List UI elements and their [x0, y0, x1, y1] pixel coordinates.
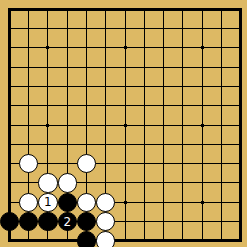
board-intersection[interactable]	[193, 58, 212, 77]
grid-line-vertical	[221, 9, 222, 19]
grid-line-vertical	[9, 173, 10, 192]
grid-line-vertical	[86, 96, 87, 115]
grid-line-vertical	[86, 135, 87, 154]
board-intersection[interactable]	[77, 58, 96, 77]
board-intersection[interactable]	[0, 193, 19, 212]
grid-line-vertical	[105, 115, 106, 134]
board-intersection[interactable]	[19, 19, 38, 38]
grid-line-vertical	[163, 19, 164, 38]
grid-line-vertical	[28, 19, 29, 38]
board-intersection[interactable]	[135, 212, 154, 231]
grid-line-vertical	[221, 193, 222, 212]
grid-line-horizontal	[9, 144, 19, 145]
grid-line-vertical	[144, 135, 145, 154]
board-intersection[interactable]	[0, 173, 19, 192]
grid-line-vertical	[105, 9, 106, 19]
grid-line-horizontal	[9, 125, 19, 126]
board-intersection[interactable]	[212, 135, 231, 154]
grid-line-vertical	[240, 193, 241, 212]
grid-line-vertical	[86, 9, 87, 19]
grid-line-vertical	[144, 154, 145, 173]
board-intersection[interactable]	[58, 154, 77, 173]
board-intersection[interactable]	[96, 38, 115, 57]
board-intersection[interactable]	[115, 19, 134, 38]
grid-line-vertical	[9, 193, 10, 212]
board-intersection[interactable]	[135, 135, 154, 154]
black-stone[interactable]	[38, 212, 57, 231]
grid-line-vertical	[240, 19, 241, 38]
board-intersection[interactable]	[193, 19, 212, 38]
board-intersection[interactable]	[173, 154, 192, 173]
board-intersection[interactable]	[38, 154, 57, 173]
grid-line-vertical	[182, 9, 183, 19]
white-stone[interactable]	[19, 193, 38, 212]
board-intersection[interactable]	[77, 96, 96, 115]
grid-line-vertical	[182, 115, 183, 134]
board-intersection[interactable]	[135, 0, 154, 19]
white-stone[interactable]: 1	[38, 193, 57, 212]
grid-line-vertical	[182, 193, 183, 212]
grid-line-vertical	[221, 19, 222, 38]
board-intersection[interactable]	[58, 96, 77, 115]
board-intersection[interactable]	[231, 231, 247, 247]
board-intersection[interactable]	[154, 154, 173, 173]
grid-line-vertical	[182, 19, 183, 38]
board-intersection[interactable]	[0, 115, 19, 134]
board-intersection[interactable]	[173, 212, 192, 231]
grid-line-vertical	[105, 77, 106, 96]
board-intersection[interactable]	[96, 58, 115, 77]
board-intersection[interactable]	[193, 0, 212, 19]
grid-line-vertical	[9, 154, 10, 173]
grid-line-vertical	[9, 58, 10, 77]
board-intersection[interactable]	[135, 231, 154, 247]
board-intersection[interactable]	[19, 173, 38, 192]
grid-line-vertical	[182, 231, 183, 241]
grid-line-vertical	[144, 77, 145, 96]
board-intersection[interactable]	[212, 115, 231, 134]
hoshi-point	[124, 46, 127, 49]
grid-line-vertical	[202, 77, 203, 96]
grid-line-vertical	[47, 135, 48, 154]
grid-line-vertical	[86, 115, 87, 134]
board-intersection[interactable]	[77, 0, 96, 19]
grid-line-vertical	[9, 77, 10, 96]
grid-line-horizontal	[9, 202, 19, 203]
grid-line-vertical	[125, 77, 126, 96]
hoshi-point	[201, 46, 204, 49]
board-intersection[interactable]	[154, 77, 173, 96]
board-intersection[interactable]	[58, 77, 77, 96]
board-intersection[interactable]	[231, 38, 247, 57]
grid-line-vertical	[240, 154, 241, 173]
grid-line-vertical	[240, 135, 241, 154]
hoshi-point	[124, 124, 127, 127]
grid-line-horizontal	[9, 47, 19, 48]
board-intersection[interactable]	[96, 115, 115, 134]
grid-line-horizontal	[9, 28, 19, 29]
board-intersection[interactable]	[58, 231, 77, 247]
hoshi-point	[201, 124, 204, 127]
board-intersection[interactable]	[115, 58, 134, 77]
board-intersection[interactable]	[96, 0, 115, 19]
board-intersection[interactable]	[38, 231, 57, 247]
board-intersection[interactable]	[173, 77, 192, 96]
board-intersection[interactable]	[231, 193, 247, 212]
grid-line-vertical	[86, 19, 87, 38]
grid-line-vertical	[125, 19, 126, 38]
grid-line-vertical	[47, 231, 48, 241]
board-intersection[interactable]	[19, 77, 38, 96]
board-intersection[interactable]	[135, 38, 154, 57]
grid-line-vertical	[163, 58, 164, 77]
grid-line-vertical	[221, 135, 222, 154]
board-intersection[interactable]	[58, 58, 77, 77]
board-intersection[interactable]	[173, 96, 192, 115]
board-intersection[interactable]	[212, 173, 231, 192]
move-number-label: 1	[44, 196, 52, 208]
board-intersection[interactable]	[96, 154, 115, 173]
grid-line-vertical	[28, 231, 29, 241]
board-intersection[interactable]	[96, 19, 115, 38]
grid-line-vertical	[9, 115, 10, 134]
grid-line-vertical	[105, 154, 106, 173]
board-intersection[interactable]	[58, 115, 77, 134]
grid-line-horizontal	[9, 105, 19, 106]
board-intersection[interactable]	[77, 77, 96, 96]
board-intersection[interactable]	[135, 58, 154, 77]
grid-line-vertical	[28, 38, 29, 57]
board-intersection[interactable]	[115, 77, 134, 96]
board-intersection[interactable]	[231, 77, 247, 96]
board-intersection[interactable]	[231, 173, 247, 192]
grid-line-vertical	[221, 212, 222, 231]
grid-line-vertical	[105, 19, 106, 38]
board-intersection[interactable]	[77, 115, 96, 134]
grid-line-vertical	[202, 135, 203, 154]
grid-line-horizontal	[9, 86, 19, 87]
grid-line-vertical	[86, 38, 87, 57]
grid-line-vertical	[105, 96, 106, 115]
grid-line-vertical	[240, 115, 241, 134]
grid-line-vertical	[182, 77, 183, 96]
board-intersection[interactable]	[38, 58, 57, 77]
grid-line-vertical	[9, 38, 10, 57]
board-intersection[interactable]	[231, 115, 247, 134]
grid-line-vertical	[182, 58, 183, 77]
grid-line-vertical	[28, 9, 29, 19]
board-intersection[interactable]	[38, 135, 57, 154]
board-intersection[interactable]	[77, 19, 96, 38]
grid-line-vertical	[202, 231, 203, 241]
grid-line-vertical	[67, 19, 68, 38]
board-intersection[interactable]	[231, 19, 247, 38]
grid-line-vertical	[182, 212, 183, 231]
grid-line-vertical	[125, 231, 126, 241]
board-intersection[interactable]	[231, 0, 247, 19]
board-intersection[interactable]	[193, 173, 212, 192]
grid-line-vertical	[163, 154, 164, 173]
board-intersection[interactable]	[115, 0, 134, 19]
grid-line-vertical	[28, 96, 29, 115]
board-intersection[interactable]	[154, 38, 173, 57]
grid-line-vertical	[182, 173, 183, 192]
board-intersection[interactable]	[0, 0, 19, 19]
board-intersection[interactable]	[0, 77, 19, 96]
board-intersection[interactable]	[38, 0, 57, 19]
board-intersection[interactable]	[154, 115, 173, 134]
board-intersection[interactable]	[212, 96, 231, 115]
grid-line-horizontal	[9, 240, 19, 241]
grid-line-vertical	[67, 135, 68, 154]
board-intersection[interactable]	[173, 135, 192, 154]
board-intersection[interactable]	[193, 212, 212, 231]
grid-line-vertical	[182, 38, 183, 57]
board-intersection[interactable]	[58, 135, 77, 154]
grid-line-vertical	[182, 135, 183, 154]
board-intersection[interactable]	[115, 154, 134, 173]
board-intersection[interactable]	[135, 154, 154, 173]
grid-line-vertical	[28, 173, 29, 192]
grid-line-vertical	[9, 96, 10, 115]
black-stone[interactable]	[58, 193, 77, 212]
grid-line-vertical	[163, 77, 164, 96]
white-stone[interactable]	[38, 173, 57, 192]
grid-line-vertical	[86, 77, 87, 96]
board-intersection[interactable]	[96, 77, 115, 96]
board-intersection[interactable]	[212, 154, 231, 173]
grid-line-vertical	[202, 19, 203, 38]
board-intersection[interactable]	[0, 58, 19, 77]
board-intersection[interactable]	[231, 212, 247, 231]
grid-line-vertical	[221, 96, 222, 115]
board-intersection[interactable]	[173, 0, 192, 19]
board-intersection[interactable]	[231, 58, 247, 77]
black-stone[interactable]: 2	[58, 212, 77, 231]
board-intersection[interactable]	[193, 96, 212, 115]
board-intersection[interactable]	[19, 231, 38, 247]
board-intersection[interactable]	[154, 193, 173, 212]
board-intersection[interactable]	[96, 173, 115, 192]
grid-line-vertical	[163, 115, 164, 134]
board-intersection[interactable]	[58, 0, 77, 19]
hoshi-point	[124, 201, 127, 204]
board-intersection[interactable]	[0, 135, 19, 154]
board-intersection[interactable]	[0, 231, 19, 247]
grid-line-vertical	[221, 38, 222, 57]
grid-line-vertical	[28, 115, 29, 134]
board-intersection[interactable]	[0, 154, 19, 173]
board-intersection[interactable]	[77, 38, 96, 57]
grid-line-vertical	[67, 9, 68, 19]
board-intersection[interactable]	[154, 19, 173, 38]
board-intersection[interactable]	[135, 19, 154, 38]
board-intersection[interactable]	[19, 38, 38, 57]
grid-line-vertical	[202, 9, 203, 19]
board-intersection[interactable]	[212, 212, 231, 231]
board-intersection[interactable]	[77, 173, 96, 192]
board-intersection[interactable]	[173, 173, 192, 192]
board-intersection[interactable]	[154, 135, 173, 154]
grid-line-vertical	[86, 173, 87, 192]
grid-line-vertical	[182, 96, 183, 115]
grid-line-vertical	[221, 115, 222, 134]
grid-line-vertical	[144, 96, 145, 115]
hoshi-point	[46, 46, 49, 49]
grid-line-vertical	[125, 154, 126, 173]
grid-line-vertical	[47, 154, 48, 173]
grid-line-vertical	[47, 96, 48, 115]
grid-line-vertical	[240, 77, 241, 96]
board-intersection[interactable]	[212, 231, 231, 247]
grid-line-vertical	[144, 19, 145, 38]
board-intersection[interactable]	[173, 115, 192, 134]
grid-line-vertical	[163, 38, 164, 57]
grid-line-vertical	[240, 38, 241, 57]
board-intersection[interactable]	[193, 231, 212, 247]
board-intersection[interactable]	[154, 173, 173, 192]
board-intersection[interactable]	[77, 135, 96, 154]
grid-line-vertical	[67, 38, 68, 57]
grid-line-vertical	[86, 58, 87, 77]
board-intersection[interactable]	[19, 96, 38, 115]
board-intersection[interactable]	[173, 231, 192, 247]
grid-line-vertical	[240, 9, 241, 19]
grid-line-vertical	[144, 115, 145, 134]
board-intersection[interactable]	[135, 173, 154, 192]
board-intersection[interactable]	[154, 212, 173, 231]
board-intersection[interactable]	[38, 77, 57, 96]
grid-line-vertical	[221, 173, 222, 192]
board-intersection[interactable]	[96, 96, 115, 115]
board-intersection[interactable]	[135, 115, 154, 134]
board-intersection[interactable]	[19, 115, 38, 134]
grid-line-vertical	[240, 58, 241, 77]
board-intersection[interactable]	[154, 96, 173, 115]
grid-line-vertical	[163, 193, 164, 212]
hoshi-point	[46, 124, 49, 127]
grid-line-vertical	[240, 212, 241, 231]
board-intersection[interactable]	[173, 193, 192, 212]
board-intersection[interactable]	[212, 193, 231, 212]
board-intersection[interactable]	[173, 38, 192, 57]
board-intersection[interactable]	[115, 96, 134, 115]
grid-line-horizontal	[9, 67, 19, 68]
board-intersection[interactable]	[193, 135, 212, 154]
board-intersection[interactable]	[193, 77, 212, 96]
grid-line-vertical	[105, 58, 106, 77]
board-intersection[interactable]	[135, 193, 154, 212]
board-intersection[interactable]	[96, 135, 115, 154]
go-board[interactable]: 12	[0, 0, 247, 247]
grid-line-horizontal	[9, 9, 19, 10]
grid-line-vertical	[221, 58, 222, 77]
grid-line-vertical	[105, 38, 106, 57]
board-intersection[interactable]	[19, 0, 38, 19]
grid-line-vertical	[47, 19, 48, 38]
grid-line-vertical	[67, 77, 68, 96]
board-intersection[interactable]	[212, 58, 231, 77]
grid-line-vertical	[125, 58, 126, 77]
grid-line-vertical	[240, 173, 241, 192]
white-stone[interactable]	[77, 193, 96, 212]
board-intersection[interactable]	[115, 135, 134, 154]
grid-line-vertical	[144, 173, 145, 192]
board-intersection[interactable]	[212, 19, 231, 38]
board-intersection[interactable]	[115, 212, 134, 231]
board-intersection[interactable]	[135, 96, 154, 115]
board-intersection[interactable]	[212, 77, 231, 96]
grid-line-vertical	[125, 96, 126, 115]
board-intersection[interactable]	[115, 231, 134, 247]
move-number-label: 2	[63, 216, 71, 228]
grid-line-horizontal	[9, 163, 19, 164]
grid-line-vertical	[202, 154, 203, 173]
grid-line-vertical	[182, 154, 183, 173]
board-intersection[interactable]	[231, 154, 247, 173]
grid-line-vertical	[105, 135, 106, 154]
white-stone[interactable]	[58, 173, 77, 192]
grid-line-vertical	[144, 58, 145, 77]
grid-line-vertical	[9, 9, 10, 19]
board-intersection[interactable]	[58, 19, 77, 38]
grid-line-vertical	[67, 96, 68, 115]
grid-line-vertical	[67, 154, 68, 173]
grid-line-vertical	[221, 154, 222, 173]
board-intersection[interactable]	[19, 58, 38, 77]
grid-line-vertical	[144, 231, 145, 241]
grid-line-vertical	[28, 135, 29, 154]
grid-line-vertical	[240, 96, 241, 115]
board-intersection[interactable]	[173, 58, 192, 77]
board-intersection[interactable]	[173, 19, 192, 38]
grid-line-vertical	[144, 212, 145, 231]
board-intersection[interactable]	[212, 0, 231, 19]
grid-line-vertical	[144, 193, 145, 212]
grid-line-horizontal	[9, 182, 19, 183]
grid-line-vertical	[163, 231, 164, 241]
board-intersection[interactable]	[231, 135, 247, 154]
board-intersection[interactable]	[0, 96, 19, 115]
black-stone[interactable]	[77, 231, 96, 247]
grid-line-vertical	[163, 173, 164, 192]
board-intersection[interactable]	[38, 96, 57, 115]
grid-line-vertical	[221, 77, 222, 96]
grid-line-vertical	[9, 135, 10, 154]
grid-line-vertical	[9, 19, 10, 38]
board-intersection[interactable]	[231, 96, 247, 115]
white-stone[interactable]	[96, 231, 115, 247]
board-intersection[interactable]	[212, 38, 231, 57]
grid-line-vertical	[67, 115, 68, 134]
grid-line-vertical	[163, 96, 164, 115]
board-intersection[interactable]	[0, 19, 19, 38]
board-intersection[interactable]	[19, 135, 38, 154]
board-intersection[interactable]	[58, 38, 77, 57]
grid-line-vertical	[202, 58, 203, 77]
board-intersection[interactable]	[154, 58, 173, 77]
board-intersection[interactable]	[154, 231, 173, 247]
board-intersection[interactable]	[135, 77, 154, 96]
grid-line-vertical	[125, 135, 126, 154]
board-intersection[interactable]	[0, 38, 19, 57]
board-intersection[interactable]	[38, 19, 57, 38]
board-intersection[interactable]	[193, 154, 212, 173]
grid-line-vertical	[28, 77, 29, 96]
board-intersection[interactable]	[154, 0, 173, 19]
board-intersection[interactable]	[115, 173, 134, 192]
grid-line-vertical	[28, 58, 29, 77]
